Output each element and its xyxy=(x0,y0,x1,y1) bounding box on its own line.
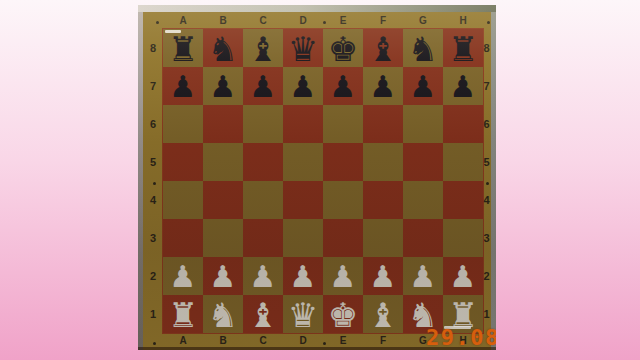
file-label: E xyxy=(323,333,363,347)
square-b1: ♞ xyxy=(203,295,243,333)
file-label: G xyxy=(403,12,443,29)
square-e7: ♟ xyxy=(323,67,363,105)
square-d4 xyxy=(283,181,323,219)
square-e2: ♟ xyxy=(323,257,363,295)
black-pawn: ♟ xyxy=(450,68,477,106)
black-pawn: ♟ xyxy=(210,68,237,106)
rank-labels-left: 87654321 xyxy=(143,29,163,333)
black-pawn: ♟ xyxy=(170,68,197,106)
square-d3 xyxy=(283,219,323,257)
rank-label: 3 xyxy=(482,219,491,257)
black-bishop: ♝ xyxy=(368,30,398,68)
frame-dot xyxy=(487,21,490,24)
square-e6 xyxy=(323,105,363,143)
square-f5 xyxy=(363,143,403,181)
square-g4 xyxy=(403,181,443,219)
square-g3 xyxy=(403,219,443,257)
square-e5 xyxy=(323,143,363,181)
square-b4 xyxy=(203,181,243,219)
board-brand-mark xyxy=(165,30,181,33)
square-d6 xyxy=(283,105,323,143)
file-label: B xyxy=(203,333,243,347)
rank-label: 4 xyxy=(482,181,491,219)
square-b8: ♞ xyxy=(203,29,243,67)
square-a6 xyxy=(163,105,203,143)
square-e8: ♚ xyxy=(323,29,363,67)
board-frame: ABCDEFGH 87654321 ♜♞♝♛♚♝♞♜♟♟♟♟♟♟♟♟♟♟♟♟♟♟… xyxy=(143,12,491,347)
square-c1: ♝ xyxy=(243,295,283,333)
white-pawn: ♟ xyxy=(290,258,317,296)
square-a7: ♟ xyxy=(163,67,203,105)
file-label: B xyxy=(203,12,243,29)
white-queen: ♛ xyxy=(288,296,318,334)
square-d8: ♛ xyxy=(283,29,323,67)
black-queen: ♛ xyxy=(288,30,318,68)
black-pawn: ♟ xyxy=(250,68,277,106)
frame-dot xyxy=(153,182,156,185)
rank-label: 8 xyxy=(143,29,163,67)
white-pawn: ♟ xyxy=(210,258,237,296)
board-right-edge xyxy=(491,12,496,350)
black-bishop: ♝ xyxy=(248,30,278,68)
rank-label: 7 xyxy=(143,67,163,105)
square-f2: ♟ xyxy=(363,257,403,295)
square-g2: ♟ xyxy=(403,257,443,295)
file-label: D xyxy=(283,333,323,347)
white-pawn: ♟ xyxy=(250,258,277,296)
square-b7: ♟ xyxy=(203,67,243,105)
square-h7: ♟ xyxy=(443,67,483,105)
rank-label: 1 xyxy=(143,295,163,333)
file-label: E xyxy=(323,12,363,29)
square-h8: ♜ xyxy=(443,29,483,67)
square-h2: ♟ xyxy=(443,257,483,295)
square-f4 xyxy=(363,181,403,219)
square-d5 xyxy=(283,143,323,181)
square-f3 xyxy=(363,219,403,257)
frame-dot xyxy=(323,342,326,345)
board-top-edge xyxy=(138,5,496,12)
black-king: ♚ xyxy=(328,30,358,68)
square-a4 xyxy=(163,181,203,219)
file-label: A xyxy=(163,333,203,347)
square-h6 xyxy=(443,105,483,143)
rank-label: 6 xyxy=(143,105,163,143)
black-pawn: ♟ xyxy=(330,68,357,106)
square-b3 xyxy=(203,219,243,257)
white-pawn: ♟ xyxy=(450,258,477,296)
rank-label: 6 xyxy=(482,105,491,143)
square-a5 xyxy=(163,143,203,181)
square-a2: ♟ xyxy=(163,257,203,295)
file-label: F xyxy=(363,333,403,347)
black-pawn: ♟ xyxy=(290,68,317,106)
black-knight: ♞ xyxy=(408,30,438,68)
square-g6 xyxy=(403,105,443,143)
square-g5 xyxy=(403,143,443,181)
white-pawn: ♟ xyxy=(170,258,197,296)
square-a8: ♜ xyxy=(163,29,203,67)
board-grid: ♜♞♝♛♚♝♞♜♟♟♟♟♟♟♟♟♟♟♟♟♟♟♟♟♜♞♝♛♚♝♞♜ xyxy=(163,29,483,333)
square-b6 xyxy=(203,105,243,143)
square-h5 xyxy=(443,143,483,181)
black-pawn: ♟ xyxy=(410,68,437,106)
white-pawn: ♟ xyxy=(330,258,357,296)
square-c6 xyxy=(243,105,283,143)
square-h4 xyxy=(443,181,483,219)
file-label: C xyxy=(243,333,283,347)
square-f7: ♟ xyxy=(363,67,403,105)
square-e1: ♚ xyxy=(323,295,363,333)
rank-label: 4 xyxy=(143,181,163,219)
square-c3 xyxy=(243,219,283,257)
square-b5 xyxy=(203,143,243,181)
square-g7: ♟ xyxy=(403,67,443,105)
square-f6 xyxy=(363,105,403,143)
rank-label: 5 xyxy=(482,143,491,181)
square-b2: ♟ xyxy=(203,257,243,295)
white-bishop: ♝ xyxy=(248,296,278,334)
chessboard-photo: ABCDEFGH 87654321 ♜♞♝♛♚♝♞♜♟♟♟♟♟♟♟♟♟♟♟♟♟♟… xyxy=(138,5,496,350)
square-c7: ♟ xyxy=(243,67,283,105)
black-rook: ♜ xyxy=(448,30,478,68)
rank-labels-right: 87654321 xyxy=(482,29,491,333)
square-c8: ♝ xyxy=(243,29,283,67)
frame-dot xyxy=(156,21,159,24)
black-pawn: ♟ xyxy=(370,68,397,106)
square-a1: ♜ xyxy=(163,295,203,333)
white-knight: ♞ xyxy=(208,296,238,334)
frame-dot xyxy=(486,182,489,185)
file-label: H xyxy=(443,12,483,29)
square-c4 xyxy=(243,181,283,219)
rank-label: 5 xyxy=(143,143,163,181)
rank-label: 8 xyxy=(482,29,491,67)
photo-bottom-shadow xyxy=(138,347,496,350)
square-f8: ♝ xyxy=(363,29,403,67)
rank-label: 3 xyxy=(143,219,163,257)
frame-dot xyxy=(323,21,326,24)
square-d2: ♟ xyxy=(283,257,323,295)
square-d7: ♟ xyxy=(283,67,323,105)
square-f1: ♝ xyxy=(363,295,403,333)
rank-label: 2 xyxy=(482,257,491,295)
square-c2: ♟ xyxy=(243,257,283,295)
square-g8: ♞ xyxy=(403,29,443,67)
black-knight: ♞ xyxy=(208,30,238,68)
square-a3 xyxy=(163,219,203,257)
file-label: F xyxy=(363,12,403,29)
square-d1: ♛ xyxy=(283,295,323,333)
file-label: D xyxy=(283,12,323,29)
white-king: ♚ xyxy=(328,296,358,334)
square-h3 xyxy=(443,219,483,257)
square-c5 xyxy=(243,143,283,181)
square-e3 xyxy=(323,219,363,257)
square-e4 xyxy=(323,181,363,219)
black-rook: ♜ xyxy=(168,30,198,68)
white-rook: ♜ xyxy=(168,296,198,334)
rank-label: 2 xyxy=(143,257,163,295)
white-pawn: ♟ xyxy=(410,258,437,296)
file-label: A xyxy=(163,12,203,29)
frame-dot xyxy=(153,342,156,345)
rank-label: 7 xyxy=(482,67,491,105)
file-label: C xyxy=(243,12,283,29)
white-pawn: ♟ xyxy=(370,258,397,296)
white-bishop: ♝ xyxy=(368,296,398,334)
